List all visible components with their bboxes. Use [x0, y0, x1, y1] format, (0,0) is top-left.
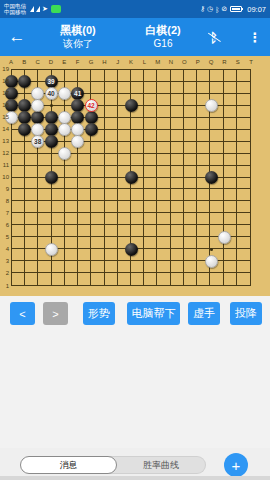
black-stone-F17: 41 [71, 87, 84, 100]
white-stone-G16: 42 [85, 99, 98, 112]
coord-letter: Q [206, 59, 216, 65]
coord-letter: A [6, 59, 16, 65]
black-stone-D14 [45, 123, 58, 136]
tab-segment: 消息 胜率曲线 [20, 456, 206, 474]
black-stone-D15 [45, 111, 58, 124]
black-stone-G14 [85, 123, 98, 136]
coord-number: 1 [0, 283, 9, 289]
white-stone-C16 [31, 99, 44, 112]
white-captures-label: 白棋(2) [145, 24, 180, 37]
status-bar: 中国电信 中国移动 ➤ ⚷ ◷ ᛒ ⊘ 09:07 [0, 0, 270, 18]
board-overlay: 3941404238 [11, 69, 251, 286]
resign-button[interactable]: 投降 [230, 302, 262, 325]
coord-letter: N [166, 59, 176, 65]
coord-number: 3 [0, 258, 9, 264]
coord-number: 12 [0, 150, 9, 156]
go-board: 3941404238 ABCDEFGHJKLMNOPQRST1918171615… [0, 56, 270, 296]
app-header: ← 黑棋(0) 该你了 白棋(2) G16 ᛒ ⋮ [0, 18, 270, 56]
white-stone-Q3 [205, 255, 218, 268]
coord-letter: T [246, 59, 256, 65]
white-stone-E15 [58, 111, 71, 124]
black-stone-B15 [18, 111, 31, 124]
tab-winrate-curve[interactable]: 胜率曲线 [109, 456, 206, 474]
white-stone-E14 [58, 123, 71, 136]
black-player-info: 黑棋(0) 该你了 [34, 24, 122, 50]
coord-number: 17 [0, 90, 9, 96]
coord-number: 8 [0, 198, 9, 204]
coord-number: 10 [0, 174, 9, 180]
white-stone-D4 [45, 243, 58, 256]
coord-letter: L [139, 59, 149, 65]
go-app: 中国电信 中国移动 ➤ ⚷ ◷ ᛒ ⊘ 09:07 ← 黑棋(0) 该你了 白棋… [0, 0, 270, 480]
coord-number: 7 [0, 210, 9, 216]
next-move-button[interactable]: > [43, 302, 68, 325]
coord-letter: M [153, 59, 163, 65]
black-stone-Q10 [205, 171, 218, 184]
coord-number: 2 [0, 270, 9, 276]
mute-icon: ⊘ [221, 5, 227, 13]
star-point [210, 248, 213, 251]
star-point [50, 104, 53, 107]
last-move-label: G16 [154, 37, 173, 50]
black-stone-D18: 39 [45, 75, 58, 88]
coord-number: 13 [0, 138, 9, 144]
white-stone-C14 [31, 123, 44, 136]
coord-letter: J [113, 59, 123, 65]
turn-status: 该你了 [63, 37, 93, 50]
white-stone-C13: 38 [31, 135, 44, 148]
black-stone-F16 [71, 99, 84, 112]
white-stone-E17 [58, 87, 71, 100]
bluetooth-icon: ᛒ [215, 6, 219, 13]
overflow-menu-icon[interactable]: ⋮ [240, 30, 270, 45]
prev-move-button[interactable]: < [10, 302, 35, 325]
control-bar: < > 形势 电脑帮下 虚手 投降 [0, 302, 270, 328]
black-stone-K16 [125, 99, 138, 112]
coord-letter: F [73, 59, 83, 65]
coord-letter: B [19, 59, 29, 65]
coord-number: 19 [0, 66, 9, 72]
status-time: 09:07 [247, 5, 266, 14]
black-stone-B18 [18, 75, 31, 88]
white-player-info: 白棋(2) G16 [122, 24, 204, 50]
carrier-2: 中国移动 [4, 9, 26, 16]
black-stone-K10 [125, 171, 138, 184]
nav-arrow-icon: ➤ [42, 5, 48, 13]
black-stone-B14 [18, 123, 31, 136]
add-button[interactable]: + [224, 453, 248, 477]
black-stone-C15 [31, 111, 44, 124]
bluetooth-disabled-icon[interactable]: ᛒ [204, 30, 224, 45]
coord-number: 5 [0, 234, 9, 240]
territory-button[interactable]: 形势 [83, 302, 115, 325]
tab-messages[interactable]: 消息 [20, 456, 117, 474]
coord-letter: K [126, 59, 136, 65]
coord-letter: H [99, 59, 109, 65]
black-stone-D13 [45, 135, 58, 148]
nav-strip [0, 476, 270, 480]
black-stone-K4 [125, 243, 138, 256]
black-stone-G15 [85, 111, 98, 124]
key-icon: ⚷ [200, 5, 205, 13]
coord-number: 15 [0, 114, 9, 120]
black-stone-D10 [45, 171, 58, 184]
coord-letter: P [193, 59, 203, 65]
coord-letter: O [179, 59, 189, 65]
coord-number: 6 [0, 222, 9, 228]
coord-letter: G [86, 59, 96, 65]
white-stone-C17 [31, 87, 44, 100]
ai-help-button[interactable]: 电脑帮下 [127, 302, 180, 325]
bottom-tab-bar: 消息 胜率曲线 + [0, 448, 270, 476]
coord-number: 9 [0, 186, 9, 192]
white-stone-F13 [71, 135, 84, 148]
white-stone-F14 [71, 123, 84, 136]
clock-icon: ◷ [207, 5, 213, 13]
black-stone-F15 [71, 111, 84, 124]
black-captures-label: 黑棋(0) [60, 24, 95, 37]
carrier-names: 中国电信 中国移动 [4, 3, 26, 16]
coord-letter: E [59, 59, 69, 65]
white-stone-D17: 40 [45, 87, 58, 100]
coord-number: 11 [0, 162, 9, 168]
status-right: ⚷ ◷ ᛒ ⊘ 09:07 [200, 5, 266, 14]
coord-letter: S [233, 59, 243, 65]
back-button[interactable]: ← [0, 27, 34, 47]
signal-icon [30, 6, 34, 12]
coord-number: 4 [0, 246, 9, 252]
coord-letter: C [33, 59, 43, 65]
white-stone-Q16 [205, 99, 218, 112]
white-stone-R5 [218, 231, 231, 244]
coord-letter: R [219, 59, 229, 65]
battery-icon [230, 6, 242, 12]
wechat-badge-icon [51, 5, 61, 13]
coord-number: 16 [0, 102, 9, 108]
coord-number: 18 [0, 78, 9, 84]
white-stone-E12 [58, 147, 71, 160]
pass-button[interactable]: 虚手 [188, 302, 220, 325]
black-stone-B16 [18, 99, 31, 112]
coord-letter: D [46, 59, 56, 65]
coord-number: 14 [0, 126, 9, 132]
signal-icon-2 [36, 6, 40, 12]
